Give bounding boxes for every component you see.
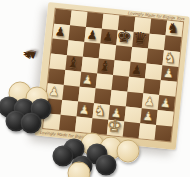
- piece-white-pawn-a3: ♟: [48, 85, 60, 98]
- square-g1: [139, 123, 156, 140]
- square-f2: [124, 107, 141, 124]
- square-f3: [126, 92, 143, 109]
- square-d4: [96, 73, 113, 90]
- piece-black-pawn-d7: ♟: [102, 30, 114, 43]
- square-g4: [143, 78, 160, 95]
- piece-white-pawn-g2: ♟: [142, 110, 154, 123]
- square-b4: [64, 70, 81, 87]
- piece-white-pawn-c2: ♟: [78, 103, 90, 116]
- square-e5: [113, 60, 130, 77]
- square-h1: [155, 125, 172, 142]
- piece-black-bishop-d5: ♝: [98, 58, 112, 73]
- square-b3: [62, 85, 79, 102]
- natural-draughts-disc: [117, 140, 140, 163]
- piece-black-bishop-b5: ♝: [66, 55, 80, 70]
- square-f6: [131, 47, 148, 64]
- natural-draughts-disc: [68, 162, 91, 178]
- chess-board: Lovingly Made for Bigjigs Toys Lovingly …: [34, 2, 189, 150]
- piece-white-knight-d2: ♞: [93, 103, 107, 118]
- piece-black-pawn-f5: ♟: [131, 63, 143, 76]
- square-g5: [145, 64, 162, 81]
- square-c8: [86, 12, 103, 29]
- square-g7: [148, 34, 165, 51]
- piece-black-pawn-a7: ♟: [54, 25, 66, 38]
- fallen-black-knight-icon: ♞: [20, 45, 40, 64]
- piece-black-knight-h8: ♞: [166, 20, 180, 35]
- piece-white-pawn-h5: ♟: [163, 67, 175, 80]
- piece-white-pawn-c4: ♟: [81, 73, 93, 86]
- square-c5: [81, 57, 98, 74]
- piece-black-king-e7: ♚: [116, 27, 133, 46]
- piece-white-knight-h6: ♞: [163, 50, 177, 65]
- piece-white-king-e1: ♚: [106, 117, 123, 136]
- square-b1: [59, 115, 76, 132]
- square-g8: [150, 19, 167, 36]
- square-h2: [156, 110, 173, 127]
- piece-black-pawn-c7: ♟: [86, 29, 98, 42]
- square-a8: [54, 9, 71, 26]
- piece-white-pawn-h3: ♟: [159, 97, 171, 110]
- square-e3: [110, 90, 127, 107]
- square-e4: [112, 75, 129, 92]
- square-b2: [61, 100, 78, 117]
- black-draughts-disc: [53, 146, 74, 167]
- square-f4: [127, 77, 144, 94]
- square-c3: [78, 87, 95, 104]
- square-a6: [51, 39, 68, 56]
- piece-white-pawn-g3: ♟: [144, 95, 156, 108]
- photo-scene: Lovingly Made for Bigjigs Toys Lovingly …: [0, 0, 190, 177]
- black-draughts-disc: [21, 113, 42, 134]
- square-c1: [75, 117, 92, 134]
- piece-black-queen-f7: ♛: [132, 30, 148, 47]
- square-a4: [48, 68, 65, 85]
- square-e6: [115, 45, 132, 62]
- square-h4: [159, 80, 176, 97]
- square-b8: [70, 10, 87, 27]
- black-draughts-disc: [96, 155, 117, 176]
- square-g6: [146, 49, 163, 66]
- square-a5: [49, 54, 66, 71]
- square-c6: [83, 42, 100, 59]
- square-f1: [123, 122, 140, 139]
- square-b7: [68, 25, 85, 42]
